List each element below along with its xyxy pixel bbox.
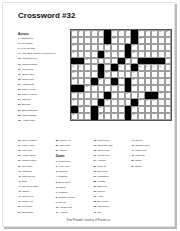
cell-number: 23 bbox=[86, 59, 88, 61]
grid-cell[interactable] bbox=[151, 106, 158, 113]
black-cell bbox=[91, 106, 98, 113]
cell-number: 33 bbox=[106, 72, 108, 74]
grid-cell[interactable]: 39 bbox=[91, 85, 98, 92]
clue-item: 17. Kept going bbox=[18, 68, 63, 71]
grid-cell[interactable] bbox=[91, 99, 98, 106]
clue-item: 35. Be in debt bbox=[94, 200, 127, 203]
grid-cell[interactable]: 40 bbox=[111, 85, 118, 92]
cell-number: 51 bbox=[153, 100, 155, 102]
clue-item: 18. Cooking fat bbox=[94, 149, 127, 152]
grid-cell[interactable] bbox=[104, 113, 111, 120]
clue-item: 38. Competent bbox=[94, 205, 127, 208]
black-cell bbox=[111, 78, 118, 85]
grid-cell[interactable]: 7 bbox=[118, 30, 125, 37]
grid-cell[interactable] bbox=[158, 51, 165, 58]
grid-cell[interactable]: 15 bbox=[111, 37, 118, 44]
grid-cell[interactable] bbox=[78, 37, 85, 44]
grid-cell[interactable] bbox=[165, 85, 172, 92]
black-cell bbox=[91, 78, 98, 85]
grid-cell[interactable]: 11 bbox=[151, 30, 158, 37]
grid-cell[interactable]: 26 bbox=[78, 64, 85, 71]
black-cell bbox=[98, 99, 105, 106]
grid-cell[interactable] bbox=[111, 44, 118, 51]
grid-cell[interactable]: 46 bbox=[158, 92, 165, 99]
clue-item: 36. Winter flakes bbox=[18, 154, 51, 157]
grid-cell[interactable]: 52 bbox=[78, 106, 85, 113]
grid-cell[interactable] bbox=[165, 106, 172, 113]
grid-cell[interactable] bbox=[138, 78, 145, 85]
grid-cell[interactable] bbox=[118, 51, 125, 58]
grid-cell[interactable]: 35 bbox=[71, 78, 78, 85]
clue-item: 53. Short story bbox=[56, 144, 89, 147]
grid-cell[interactable]: 56 bbox=[98, 113, 105, 120]
cell-number: 20 bbox=[72, 52, 74, 54]
across-header: Across bbox=[18, 32, 29, 36]
clue-item: 28. Paper quantity bbox=[18, 114, 63, 117]
black-cell bbox=[78, 85, 85, 92]
cell-number: 9 bbox=[139, 31, 140, 33]
clue-item: 19. Paving goo bbox=[94, 154, 127, 157]
clue-item: 43. Exist bbox=[18, 180, 51, 183]
grid-cell[interactable] bbox=[138, 85, 145, 92]
cell-number: 54 bbox=[132, 107, 134, 109]
cell-number: 17 bbox=[72, 45, 74, 47]
clue-item: 30. Donkey bbox=[94, 190, 127, 193]
grid-cell[interactable] bbox=[111, 58, 118, 65]
grid-cell[interactable]: 19 bbox=[131, 44, 138, 51]
grid-cell[interactable]: 8 bbox=[125, 30, 132, 37]
grid-cell[interactable] bbox=[165, 78, 172, 85]
grid-cell[interactable] bbox=[151, 85, 158, 92]
grid-cell[interactable] bbox=[151, 37, 158, 44]
grid-cell[interactable] bbox=[165, 51, 172, 58]
cell-number: 13 bbox=[166, 31, 168, 33]
grid-cell[interactable]: 25 bbox=[71, 64, 78, 71]
grid-cell[interactable] bbox=[125, 71, 132, 78]
grid-cell[interactable] bbox=[91, 71, 98, 78]
grid-cell[interactable]: 32 bbox=[71, 71, 78, 78]
clue-item: 13. Stretched tight bbox=[94, 144, 127, 147]
grid-cell[interactable] bbox=[125, 37, 132, 44]
clue-item: 48. Long ago bbox=[131, 154, 164, 157]
grid-cell[interactable] bbox=[118, 113, 125, 120]
grid-cell[interactable] bbox=[98, 58, 105, 65]
grid-cell[interactable] bbox=[111, 51, 118, 58]
grid-cell[interactable]: 54 bbox=[131, 106, 138, 113]
grid-cell[interactable]: 6 bbox=[111, 30, 118, 37]
cell-number: 53 bbox=[99, 107, 101, 109]
grid-cell[interactable]: 55 bbox=[71, 113, 78, 120]
black-cell bbox=[104, 37, 111, 44]
grid-cell[interactable] bbox=[151, 113, 158, 120]
grid-cell[interactable] bbox=[98, 37, 105, 44]
black-cell bbox=[71, 106, 78, 113]
clue-item: 42. Clarinet's kin bbox=[18, 175, 51, 178]
clue-item: 28. Untruth bbox=[94, 180, 127, 183]
clue-item: 45. Wagon bbox=[18, 190, 51, 193]
grid-cell[interactable] bbox=[118, 44, 125, 51]
cell-number: 6 bbox=[112, 31, 113, 33]
clue-item: 9. Tiny bit bbox=[56, 201, 89, 204]
cell-number: 57 bbox=[132, 114, 134, 116]
cell-number: 38 bbox=[86, 86, 88, 88]
grid-cell[interactable]: 20 bbox=[71, 51, 78, 58]
grid-cell[interactable] bbox=[111, 99, 118, 106]
cell-number: 47 bbox=[72, 100, 74, 102]
grid-cell[interactable]: 45 bbox=[125, 92, 132, 99]
grid-cell[interactable] bbox=[84, 99, 91, 106]
clue-item: 12. Lion's home bbox=[94, 139, 127, 142]
grid-cell[interactable] bbox=[158, 113, 165, 120]
grid-cell[interactable]: 18 bbox=[104, 44, 111, 51]
cell-number: 14 bbox=[72, 38, 74, 40]
clue-item: 21. Knight's title bbox=[18, 83, 63, 86]
grid-cell[interactable] bbox=[145, 71, 152, 78]
grid-cell[interactable] bbox=[104, 106, 111, 113]
cell-number: 27 bbox=[119, 66, 121, 68]
grid-cell[interactable] bbox=[145, 85, 152, 92]
grid-cell[interactable] bbox=[104, 85, 111, 92]
grid-cell[interactable] bbox=[151, 78, 158, 85]
grid-cell[interactable]: 27 bbox=[118, 64, 125, 71]
clue-item: 2. At any time bbox=[56, 165, 89, 168]
grid-cell[interactable] bbox=[131, 58, 138, 65]
black-cell bbox=[71, 85, 78, 92]
grid-cell[interactable] bbox=[84, 92, 91, 99]
grid-cell[interactable] bbox=[165, 92, 172, 99]
clue-item: 47. Picnic pest bbox=[131, 149, 164, 152]
grid-cell[interactable] bbox=[138, 106, 145, 113]
grid-cell[interactable]: 16 bbox=[138, 37, 145, 44]
cell-number: 42 bbox=[72, 93, 74, 95]
grid-cell[interactable]: 3 bbox=[84, 30, 91, 37]
clue-item: 23. Coffee vessels bbox=[18, 93, 63, 96]
grid-cell[interactable]: 57 bbox=[131, 113, 138, 120]
clue-item: 22. Came to rest bbox=[18, 88, 63, 91]
grid-cell[interactable] bbox=[138, 113, 145, 120]
grid-cell[interactable] bbox=[84, 44, 91, 51]
black-cell bbox=[91, 113, 98, 120]
cell-number: 56 bbox=[99, 114, 101, 116]
grid-cell[interactable]: 44 bbox=[111, 92, 118, 99]
black-cell bbox=[98, 71, 105, 78]
grid-cell[interactable]: 50 bbox=[145, 99, 152, 106]
grid-cell[interactable]: 51 bbox=[151, 99, 158, 106]
crossword-grid[interactable]: 1234567891011121314151617181920212223242… bbox=[70, 29, 172, 121]
cell-number: 31 bbox=[159, 66, 161, 68]
grid-cell[interactable] bbox=[145, 51, 152, 58]
grid-cell[interactable] bbox=[138, 44, 145, 51]
grid-cell[interactable]: 1 bbox=[71, 30, 78, 37]
grid-cell[interactable] bbox=[145, 106, 152, 113]
clue-item: 27. Breakfast grain bbox=[18, 109, 63, 112]
grid-cell[interactable] bbox=[118, 37, 125, 44]
grid-cell[interactable]: 4 bbox=[91, 30, 98, 37]
clue-item: 32. Auction offer bbox=[18, 119, 63, 122]
grid-cell[interactable] bbox=[118, 85, 125, 92]
clue-item: 31. Allow bbox=[94, 195, 127, 198]
grid-cell[interactable]: 33 bbox=[104, 71, 111, 78]
clue-item: 3. Respond bbox=[56, 170, 89, 173]
grid-cell[interactable] bbox=[118, 71, 125, 78]
grid-cell[interactable] bbox=[165, 64, 172, 71]
cell-number: 36 bbox=[99, 79, 101, 81]
grid-cell[interactable] bbox=[111, 71, 118, 78]
grid-cell[interactable] bbox=[91, 37, 98, 44]
clue-item: 39. Sea eagle bbox=[18, 165, 51, 168]
grid-cell[interactable]: 47 bbox=[71, 99, 78, 106]
grid-cell[interactable]: 37 bbox=[131, 78, 138, 85]
cell-number: 44 bbox=[112, 93, 114, 95]
grid-cell[interactable] bbox=[84, 113, 91, 120]
cell-number: 34 bbox=[132, 72, 134, 74]
black-cell bbox=[145, 92, 152, 99]
grid-cell[interactable]: 23 bbox=[84, 58, 91, 65]
grid-cell[interactable]: 28 bbox=[138, 64, 145, 71]
black-cell bbox=[71, 58, 78, 65]
grid-cell[interactable] bbox=[145, 78, 152, 85]
grid-cell[interactable]: 24 bbox=[125, 58, 132, 65]
grid-cell[interactable] bbox=[91, 51, 98, 58]
grid-cell[interactable]: 5 bbox=[98, 30, 105, 37]
black-cell bbox=[131, 30, 138, 37]
grid-cell[interactable] bbox=[98, 92, 105, 99]
grid-cell[interactable] bbox=[118, 106, 125, 113]
puzzle-page: Crossword #32 Across 1. Wading bird6. Fi… bbox=[2, 2, 175, 227]
clue-item: 50. Gorge bbox=[131, 159, 164, 162]
clue-item: 14. "The Brady Bunch" housekeeper bbox=[18, 52, 63, 55]
grid-cell[interactable]: 42 bbox=[71, 92, 78, 99]
cell-number: 49 bbox=[139, 100, 141, 102]
grid-cell[interactable] bbox=[91, 64, 98, 71]
clue-item: 26. Deep hole bbox=[94, 170, 127, 173]
cell-number: 55 bbox=[72, 114, 74, 116]
grid-cell[interactable]: 34 bbox=[131, 71, 138, 78]
grid-cell[interactable] bbox=[158, 106, 165, 113]
clue-item: 51. Not closed bbox=[18, 211, 51, 214]
grid-cell[interactable] bbox=[104, 78, 111, 85]
bottom-clue-columns: 33. Took a chance34. Family room35. Wise… bbox=[18, 139, 164, 217]
cell-number: 5 bbox=[99, 31, 100, 33]
grid-cell[interactable] bbox=[151, 51, 158, 58]
black-cell bbox=[125, 85, 132, 92]
cell-number: 29 bbox=[146, 66, 148, 68]
grid-cell[interactable] bbox=[158, 71, 165, 78]
clue-item: 54. Mailed bbox=[56, 149, 89, 152]
clue-item: 40. Taxi bbox=[94, 211, 127, 214]
grid-cell[interactable]: 53 bbox=[98, 106, 105, 113]
cell-number: 4 bbox=[92, 31, 93, 33]
cell-number: 3 bbox=[86, 31, 87, 33]
grid-cell[interactable] bbox=[78, 113, 85, 120]
footer-credit: Free Printable Courtesy of Puzzles.ca bbox=[3, 219, 174, 222]
cell-number: 18 bbox=[106, 45, 108, 47]
black-cell bbox=[125, 51, 132, 58]
grid-cell[interactable]: 2 bbox=[78, 30, 85, 37]
grid-cell[interactable] bbox=[145, 37, 152, 44]
cell-number: 43 bbox=[79, 93, 81, 95]
black-cell bbox=[125, 106, 132, 113]
clue-item: 7. Transmit bbox=[56, 191, 89, 194]
down-header: Down bbox=[56, 154, 89, 158]
cell-number: 52 bbox=[79, 107, 81, 109]
clue-item: 24. Golf peg bbox=[18, 98, 63, 101]
grid-cell[interactable]: 10 bbox=[145, 30, 152, 37]
cell-number: 22 bbox=[132, 52, 134, 54]
grid-cell[interactable]: 13 bbox=[165, 30, 172, 37]
grid-cell[interactable]: 17 bbox=[71, 44, 78, 51]
grid-cell[interactable]: 38 bbox=[84, 85, 91, 92]
clue-item: 10. Horse's gait bbox=[56, 206, 89, 209]
grid-cell[interactable] bbox=[78, 78, 85, 85]
grid-cell[interactable]: 41 bbox=[131, 85, 138, 92]
cell-number: 30 bbox=[153, 66, 155, 68]
grid-cell[interactable]: 21 bbox=[104, 51, 111, 58]
black-cell bbox=[131, 99, 138, 106]
grid-cell[interactable] bbox=[91, 92, 98, 99]
black-cell bbox=[151, 58, 158, 65]
grid-cell[interactable]: 14 bbox=[71, 37, 78, 44]
grid-cell[interactable] bbox=[118, 99, 125, 106]
grid-cell[interactable] bbox=[78, 71, 85, 78]
grid-cell[interactable] bbox=[138, 92, 145, 99]
grid-cell[interactable] bbox=[158, 99, 165, 106]
grid-cell[interactable]: 30 bbox=[151, 64, 158, 71]
black-cell bbox=[138, 58, 145, 65]
grid-cell[interactable] bbox=[78, 44, 85, 51]
clue-item: 20. Molten rock bbox=[18, 78, 63, 81]
black-cell bbox=[131, 37, 138, 44]
cell-number: 19 bbox=[132, 45, 134, 47]
cell-number: 12 bbox=[159, 31, 161, 33]
cell-number: 39 bbox=[92, 86, 94, 88]
clue-item: 4. Possess bbox=[56, 175, 89, 178]
grid-cell[interactable] bbox=[84, 78, 91, 85]
black-cell bbox=[158, 58, 165, 65]
cell-number: 15 bbox=[112, 38, 114, 40]
cell-number: 25 bbox=[72, 66, 74, 68]
clue-item: 33. Took a chance bbox=[18, 139, 51, 142]
black-cell bbox=[104, 30, 111, 37]
cell-number: 46 bbox=[159, 93, 161, 95]
grid-cell[interactable] bbox=[165, 71, 172, 78]
clue-item: 1. Garden tool bbox=[56, 160, 89, 163]
grid-cell[interactable] bbox=[145, 113, 152, 120]
grid-cell[interactable] bbox=[145, 44, 152, 51]
grid-cell[interactable] bbox=[165, 113, 172, 120]
grid-cell[interactable] bbox=[151, 44, 158, 51]
grid-cell[interactable]: 48 bbox=[104, 99, 111, 106]
black-cell bbox=[151, 92, 158, 99]
grid-cell[interactable] bbox=[84, 64, 91, 71]
grid-cell[interactable]: 9 bbox=[138, 30, 145, 37]
black-cell bbox=[104, 92, 111, 99]
clue-item: 6. Region bbox=[56, 186, 89, 189]
clue-item: 8. Garden of Eden bbox=[56, 196, 89, 199]
page-background: Crossword #32 Across 1. Wading bird6. Fi… bbox=[0, 0, 180, 231]
grid-cell[interactable] bbox=[165, 44, 172, 51]
grid-cell[interactable] bbox=[158, 85, 165, 92]
black-cell bbox=[131, 64, 138, 71]
cell-number: 48 bbox=[106, 100, 108, 102]
black-cell bbox=[125, 44, 132, 51]
clue-item: 29. Each one bbox=[94, 185, 127, 188]
grid-cell[interactable]: 36 bbox=[98, 78, 105, 85]
cell-number: 24 bbox=[126, 59, 128, 61]
grid-cell[interactable] bbox=[104, 64, 111, 71]
grid-cell[interactable] bbox=[91, 44, 98, 51]
cell-number: 1 bbox=[72, 31, 73, 33]
clue-item: 34. Family room bbox=[18, 144, 51, 147]
grid-cell[interactable] bbox=[165, 58, 172, 65]
clue-item: 15. Gardening tool bbox=[18, 57, 63, 60]
clue-item: 50. Fruit drink bbox=[18, 205, 51, 208]
clue-item: 40. Postpone bbox=[18, 170, 51, 173]
clue-item: 16. Musical drama bbox=[18, 63, 63, 66]
clue-item: 52. Gorilla, e.g. bbox=[56, 139, 89, 142]
cell-number: 10 bbox=[146, 31, 148, 33]
grid-cell[interactable]: 31 bbox=[158, 64, 165, 71]
grid-cell[interactable] bbox=[118, 78, 125, 85]
grid-cell[interactable] bbox=[111, 106, 118, 113]
grid-cell[interactable] bbox=[165, 37, 172, 44]
clue-item: 6. Fire residue bbox=[18, 42, 63, 45]
grid-cell[interactable] bbox=[84, 51, 91, 58]
clue-item: 19. Strong wind bbox=[18, 73, 63, 76]
grid-cell[interactable] bbox=[138, 51, 145, 58]
grid-cell[interactable] bbox=[125, 64, 132, 71]
clue-item: 41. Devour bbox=[131, 139, 164, 142]
black-cell bbox=[145, 58, 152, 65]
grid-cell[interactable] bbox=[118, 92, 125, 99]
grid-cell[interactable]: 49 bbox=[138, 99, 145, 106]
grid-cell[interactable] bbox=[84, 106, 91, 113]
clue-item: 51. Epoch bbox=[131, 165, 164, 168]
cell-number: 21 bbox=[106, 52, 108, 54]
black-cell bbox=[118, 58, 125, 65]
black-cell bbox=[98, 64, 105, 71]
cell-number: 35 bbox=[72, 79, 74, 81]
grid-cell[interactable]: 29 bbox=[145, 64, 152, 71]
grid-cell[interactable] bbox=[104, 58, 111, 65]
grid-cell[interactable] bbox=[158, 78, 165, 85]
cell-number: 2 bbox=[79, 31, 80, 33]
grid-cell[interactable] bbox=[125, 99, 132, 106]
grid-cell[interactable]: 22 bbox=[131, 51, 138, 58]
grid-cell[interactable] bbox=[98, 44, 105, 51]
grid-cell[interactable] bbox=[84, 71, 91, 78]
grid-cell[interactable] bbox=[151, 71, 158, 78]
black-cell bbox=[125, 113, 132, 120]
clue-item: 1. Wading bird bbox=[18, 37, 63, 40]
grid-cell[interactable] bbox=[165, 99, 172, 106]
grid-cell[interactable] bbox=[78, 99, 85, 106]
grid-cell[interactable] bbox=[138, 71, 145, 78]
clue-item: 45. Stadium cheer bbox=[131, 144, 164, 147]
grid-cell[interactable] bbox=[158, 37, 165, 44]
clue-item: 46. Sheep's cry bbox=[18, 195, 51, 198]
grid-cell[interactable] bbox=[78, 51, 85, 58]
clue-item: 44. Mineral springs bbox=[18, 185, 51, 188]
grid-cell[interactable]: 43 bbox=[78, 92, 85, 99]
grid-cell[interactable] bbox=[98, 85, 105, 92]
grid-cell[interactable] bbox=[111, 113, 118, 120]
grid-cell[interactable] bbox=[91, 58, 98, 65]
grid-cell[interactable]: 12 bbox=[158, 30, 165, 37]
grid-cell[interactable] bbox=[131, 92, 138, 99]
grid-cell[interactable] bbox=[158, 44, 165, 51]
grid-cell[interactable] bbox=[84, 37, 91, 44]
